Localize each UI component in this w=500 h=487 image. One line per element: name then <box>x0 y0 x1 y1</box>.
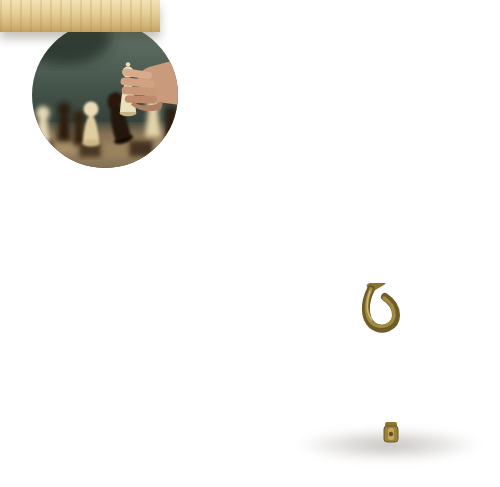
product-photo-scene <box>0 0 500 487</box>
folded-box-top <box>0 0 150 150</box>
box-clasp-icon <box>378 421 404 447</box>
clasp-icon <box>358 283 410 337</box>
